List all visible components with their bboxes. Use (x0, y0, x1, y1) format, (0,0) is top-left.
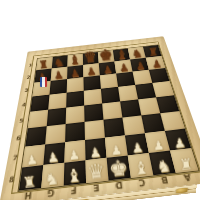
piece-black-rook[interactable]: ♜ (35, 58, 52, 70)
square[interactable]: ♞ (128, 47, 146, 60)
square[interactable] (103, 118, 124, 138)
piece-black-queen[interactable]: ♛ (82, 50, 99, 66)
square[interactable]: ♟ (43, 142, 65, 165)
square[interactable]: ♝ (64, 160, 86, 185)
piece-white-queen[interactable]: ♛ (84, 161, 109, 183)
piece-black-knight[interactable]: ♞ (51, 56, 68, 69)
piece-white-rook[interactable]: ♜ (174, 156, 198, 173)
square[interactable]: ♟ (165, 129, 191, 151)
square[interactable]: ♟ (67, 65, 83, 79)
square[interactable]: ♝ (67, 54, 83, 67)
square[interactable] (50, 79, 68, 95)
square[interactable] (83, 75, 100, 90)
square[interactable]: ♝ (128, 153, 154, 178)
piece-white-bishop[interactable]: ♝ (129, 158, 153, 178)
piece-black-king[interactable]: ♚ (97, 47, 114, 64)
square[interactable]: ♞ (149, 151, 176, 176)
square[interactable]: ♜ (143, 45, 162, 58)
square[interactable]: ♜ (36, 57, 53, 70)
square[interactable]: ♟ (130, 58, 149, 72)
piece-white-rook[interactable]: ♜ (17, 173, 41, 190)
piece-black-bishop[interactable]: ♝ (66, 53, 83, 67)
piece-white-pawn[interactable]: ♟ (169, 136, 192, 151)
square[interactable]: ♟ (85, 138, 107, 161)
board-frame: 12345678 ♜♞♝♛♚♝♞♜♟♟♟♟♟♟♟♟♟♟♟♟♟♟♟♟♜♞♝♛♚♝♞… (0, 36, 200, 200)
watermark-logo (40, 77, 47, 87)
square[interactable]: ♛ (83, 52, 99, 65)
product-photo: 12345678 ♜♞♝♛♚♝♞♜♟♟♟♟♟♟♟♟♟♟♟♟♟♟♟♟♜♞♝♛♚♝♞… (0, 0, 200, 200)
square[interactable] (85, 120, 105, 140)
piece-white-king[interactable]: ♚ (106, 157, 131, 181)
piece-white-bishop[interactable]: ♝ (62, 166, 86, 186)
square[interactable]: ♟ (83, 63, 100, 77)
piece-white-pawn[interactable]: ♟ (147, 138, 170, 153)
square[interactable]: ♞ (52, 55, 68, 68)
chess-board: 12345678 ♜♞♝♛♚♝♞♜♟♟♟♟♟♟♟♟♟♟♟♟♟♟♟♟♜♞♝♛♚♝♞… (0, 36, 200, 200)
square[interactable]: ♞ (41, 163, 64, 188)
square[interactable]: ♜ (19, 165, 43, 191)
square[interactable] (28, 110, 48, 129)
square[interactable] (66, 106, 85, 124)
square[interactable] (141, 113, 165, 133)
piece-black-knight[interactable]: ♞ (129, 47, 146, 60)
piece-black-rook[interactable]: ♜ (145, 46, 162, 58)
square[interactable]: ♚ (107, 155, 131, 180)
brass-clasp-right (176, 188, 188, 194)
piece-black-bishop[interactable]: ♝ (113, 48, 130, 62)
square[interactable] (45, 124, 66, 145)
square[interactable] (84, 89, 102, 106)
square[interactable] (152, 81, 174, 97)
square[interactable]: ♟ (125, 133, 149, 155)
piece-white-knight[interactable]: ♞ (40, 170, 64, 189)
square[interactable]: ♝ (113, 49, 130, 62)
square[interactable] (100, 74, 118, 89)
square[interactable]: ♟ (99, 61, 116, 75)
square[interactable]: ♟ (114, 60, 132, 74)
square[interactable] (65, 122, 85, 142)
square[interactable]: ♟ (146, 56, 165, 70)
square[interactable] (160, 111, 185, 131)
piece-white-knight[interactable]: ♞ (152, 157, 176, 176)
square[interactable]: ♛ (86, 158, 109, 183)
square[interactable]: ♚ (98, 50, 115, 63)
square[interactable]: ♟ (64, 140, 85, 163)
brass-clasp-left (77, 199, 90, 200)
